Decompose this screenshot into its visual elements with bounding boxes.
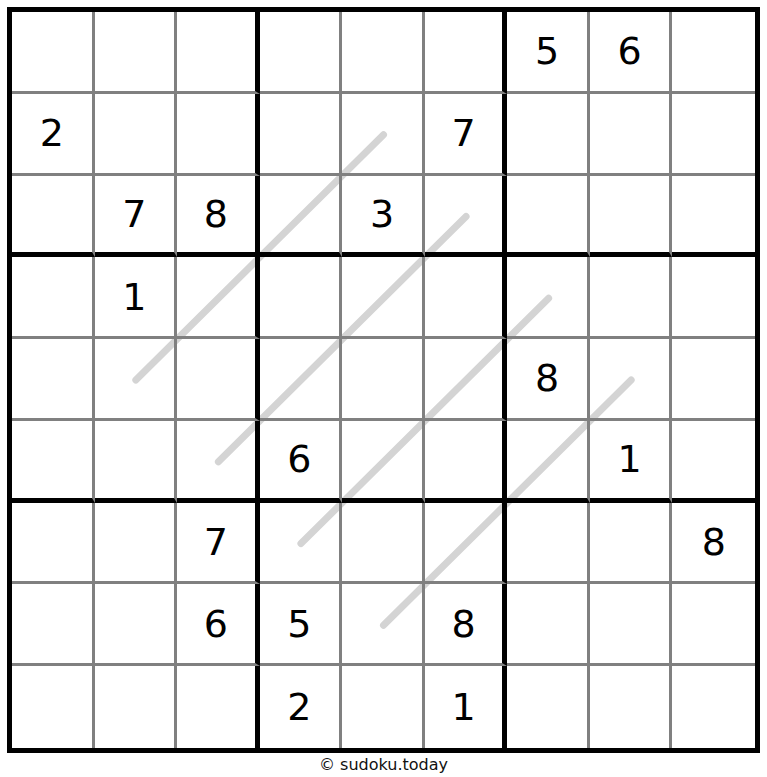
copyright-text: © sudoku.today [7, 755, 760, 774]
cell-r2c7[interactable] [507, 94, 590, 176]
cell-r2c8[interactable] [590, 94, 673, 176]
cell-r8c5[interactable] [342, 584, 425, 666]
cell-r8c3[interactable]: 6 [177, 584, 260, 666]
cell-r7c8[interactable] [590, 503, 673, 585]
cell-r9c7[interactable] [507, 666, 590, 748]
cell-r8c2[interactable] [95, 584, 178, 666]
cell-r3c5[interactable]: 3 [342, 176, 425, 258]
cell-r1c9[interactable] [672, 12, 755, 94]
cell-r7c5[interactable] [342, 503, 425, 585]
cell-r4c9[interactable] [672, 257, 755, 339]
cell-r5c4[interactable] [260, 339, 343, 421]
cell-r6c4[interactable]: 6 [260, 421, 343, 503]
cell-r9c8[interactable] [590, 666, 673, 748]
cell-r5c8[interactable] [590, 339, 673, 421]
cell-r4c5[interactable] [342, 257, 425, 339]
cell-r9c1[interactable] [12, 666, 95, 748]
cell-r6c7[interactable] [507, 421, 590, 503]
cell-r1c8[interactable]: 6 [590, 12, 673, 94]
cell-r9c4[interactable]: 2 [260, 666, 343, 748]
cell-r3c6[interactable] [425, 176, 508, 258]
cell-r7c3[interactable]: 7 [177, 503, 260, 585]
cell-r7c9[interactable]: 8 [672, 503, 755, 585]
cell-r7c4[interactable] [260, 503, 343, 585]
cell-r1c1[interactable] [12, 12, 95, 94]
cell-r6c3[interactable] [177, 421, 260, 503]
cell-r2c4[interactable] [260, 94, 343, 176]
cell-r8c6[interactable]: 8 [425, 584, 508, 666]
cell-r1c2[interactable] [95, 12, 178, 94]
cell-r4c8[interactable] [590, 257, 673, 339]
cell-r6c9[interactable] [672, 421, 755, 503]
cell-r5c6[interactable] [425, 339, 508, 421]
cell-r7c1[interactable] [12, 503, 95, 585]
cell-r4c1[interactable] [12, 257, 95, 339]
cell-r3c1[interactable] [12, 176, 95, 258]
cell-r5c7[interactable]: 8 [507, 339, 590, 421]
cell-r2c2[interactable] [95, 94, 178, 176]
cell-r9c9[interactable] [672, 666, 755, 748]
cell-r2c3[interactable] [177, 94, 260, 176]
cell-r4c4[interactable] [260, 257, 343, 339]
cell-r6c6[interactable] [425, 421, 508, 503]
cell-r1c6[interactable] [425, 12, 508, 94]
cell-r5c2[interactable] [95, 339, 178, 421]
cell-r4c6[interactable] [425, 257, 508, 339]
cell-r7c7[interactable] [507, 503, 590, 585]
cell-r1c7[interactable]: 5 [507, 12, 590, 94]
cell-r2c6[interactable]: 7 [425, 94, 508, 176]
cell-r4c2[interactable]: 1 [95, 257, 178, 339]
cell-r4c3[interactable] [177, 257, 260, 339]
cell-r5c3[interactable] [177, 339, 260, 421]
cell-r3c4[interactable] [260, 176, 343, 258]
cell-r5c9[interactable] [672, 339, 755, 421]
cell-r6c2[interactable] [95, 421, 178, 503]
cell-r5c1[interactable] [12, 339, 95, 421]
cell-r3c9[interactable] [672, 176, 755, 258]
cell-r1c4[interactable] [260, 12, 343, 94]
cell-r7c2[interactable] [95, 503, 178, 585]
cell-r2c5[interactable] [342, 94, 425, 176]
cell-r5c5[interactable] [342, 339, 425, 421]
cell-r4c7[interactable] [507, 257, 590, 339]
cell-r3c7[interactable] [507, 176, 590, 258]
cell-r8c4[interactable]: 5 [260, 584, 343, 666]
cell-r8c7[interactable] [507, 584, 590, 666]
cell-r3c8[interactable] [590, 176, 673, 258]
cell-r9c6[interactable]: 1 [425, 666, 508, 748]
cell-r2c9[interactable] [672, 94, 755, 176]
cell-r3c3[interactable]: 8 [177, 176, 260, 258]
cell-r9c2[interactable] [95, 666, 178, 748]
cell-r7c6[interactable] [425, 503, 508, 585]
cell-r9c5[interactable] [342, 666, 425, 748]
cell-r8c9[interactable] [672, 584, 755, 666]
cell-r2c1[interactable]: 2 [12, 94, 95, 176]
cell-r9c3[interactable] [177, 666, 260, 748]
cell-r6c1[interactable] [12, 421, 95, 503]
cell-r1c5[interactable] [342, 12, 425, 94]
cell-r6c5[interactable] [342, 421, 425, 503]
cell-r6c8[interactable]: 1 [590, 421, 673, 503]
cell-r3c2[interactable]: 7 [95, 176, 178, 258]
sudoku-grid: 562778318617865821 [12, 12, 755, 748]
sudoku-board: 562778318617865821 [7, 7, 760, 753]
cell-r8c8[interactable] [590, 584, 673, 666]
cell-r8c1[interactable] [12, 584, 95, 666]
cell-r1c3[interactable] [177, 12, 260, 94]
